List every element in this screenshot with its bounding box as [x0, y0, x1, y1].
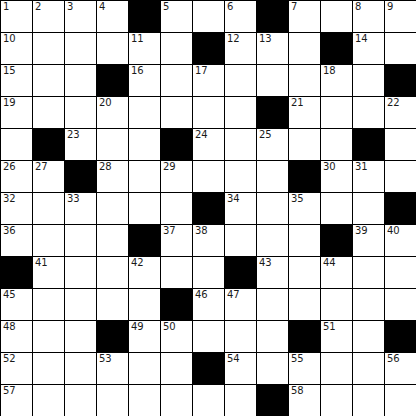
- clue-number-5: 5: [163, 1, 169, 12]
- black-cell-r2c12: [385, 65, 416, 97]
- cell-r3c4[interactable]: [129, 97, 161, 129]
- cell-r10c10[interactable]: 51: [321, 321, 353, 353]
- cell-r9c0[interactable]: 45: [1, 289, 33, 321]
- cell-r6c2[interactable]: 33: [65, 193, 97, 225]
- black-cell-r11c6: [193, 353, 225, 385]
- cell-r1c7[interactable]: 12: [225, 33, 257, 65]
- clue-number-39: 39: [355, 225, 368, 236]
- cell-r0c6[interactable]: [193, 1, 225, 33]
- clue-number-20: 20: [99, 97, 112, 108]
- black-cell-r1c6: [193, 33, 225, 65]
- black-cell-r10c12: [385, 321, 416, 353]
- cell-r7c5[interactable]: 37: [161, 225, 193, 257]
- cell-r6c4[interactable]: [129, 193, 161, 225]
- cell-r6c8[interactable]: [257, 193, 289, 225]
- cell-r3c7[interactable]: [225, 97, 257, 129]
- cell-r0c1[interactable]: 2: [33, 1, 65, 33]
- cell-r2c8[interactable]: [257, 65, 289, 97]
- cell-r8c12[interactable]: [385, 257, 416, 289]
- cell-r0c10[interactable]: [321, 1, 353, 33]
- crossword-board: 1234567891011121314151617181920212223242…: [0, 0, 416, 416]
- cell-r7c7[interactable]: [225, 225, 257, 257]
- clue-number-6: 6: [227, 1, 233, 12]
- cell-r12c11[interactable]: [353, 385, 385, 416]
- cell-r6c10[interactable]: [321, 193, 353, 225]
- cell-r10c5[interactable]: 50: [161, 321, 193, 353]
- black-cell-r2c3: [97, 65, 129, 97]
- cell-r9c6[interactable]: 46: [193, 289, 225, 321]
- cell-r8c3[interactable]: [97, 257, 129, 289]
- cell-r3c6[interactable]: [193, 97, 225, 129]
- clue-number-7: 7: [291, 1, 297, 12]
- cell-r2c11[interactable]: [353, 65, 385, 97]
- clue-number-19: 19: [3, 97, 16, 108]
- clue-number-2: 2: [35, 1, 41, 12]
- cell-r0c9[interactable]: 7: [289, 1, 321, 33]
- cell-r2c4[interactable]: 16: [129, 65, 161, 97]
- cell-r4c9[interactable]: [289, 129, 321, 161]
- cell-r3c1[interactable]: [33, 97, 65, 129]
- cell-r1c5[interactable]: [161, 33, 193, 65]
- cell-r4c8[interactable]: 25: [257, 129, 289, 161]
- cell-r12c6[interactable]: [193, 385, 225, 416]
- cell-r11c7[interactable]: 54: [225, 353, 257, 385]
- clue-number-44: 44: [323, 257, 336, 268]
- cell-r5c0[interactable]: 26: [1, 161, 33, 193]
- clue-number-1: 1: [3, 1, 9, 12]
- cell-r5c6[interactable]: [193, 161, 225, 193]
- cell-r3c9[interactable]: 21: [289, 97, 321, 129]
- clue-number-49: 49: [131, 321, 144, 332]
- black-cell-r0c8: [257, 1, 289, 33]
- clue-number-12: 12: [227, 33, 240, 44]
- clue-number-42: 42: [131, 257, 144, 268]
- cell-r0c11[interactable]: 8: [353, 1, 385, 33]
- clue-number-52: 52: [3, 353, 16, 364]
- cell-r12c2[interactable]: [65, 385, 97, 416]
- cell-r12c12[interactable]: [385, 385, 416, 416]
- cell-r4c10[interactable]: [321, 129, 353, 161]
- cell-r12c10[interactable]: [321, 385, 353, 416]
- clue-number-30: 30: [323, 161, 336, 172]
- cell-r1c9[interactable]: [289, 33, 321, 65]
- cell-r10c8[interactable]: [257, 321, 289, 353]
- cell-r11c11[interactable]: [353, 353, 385, 385]
- clue-number-4: 4: [99, 1, 105, 12]
- cell-r5c12[interactable]: [385, 161, 416, 193]
- clue-number-24: 24: [195, 129, 208, 140]
- cell-r3c2[interactable]: [65, 97, 97, 129]
- cell-r6c11[interactable]: [353, 193, 385, 225]
- cell-r1c0[interactable]: 10: [1, 33, 33, 65]
- black-cell-r4c5: [161, 129, 193, 161]
- cell-r2c1[interactable]: [33, 65, 65, 97]
- cell-r11c9[interactable]: 55: [289, 353, 321, 385]
- cell-r4c12[interactable]: [385, 129, 416, 161]
- clue-number-54: 54: [227, 353, 240, 364]
- cell-r5c11[interactable]: 31: [353, 161, 385, 193]
- cell-r1c11[interactable]: 14: [353, 33, 385, 65]
- black-cell-r4c1: [33, 129, 65, 161]
- black-cell-r9c5: [161, 289, 193, 321]
- cell-r8c11[interactable]: [353, 257, 385, 289]
- black-cell-r5c2: [65, 161, 97, 193]
- cell-r1c1[interactable]: [33, 33, 65, 65]
- cell-r5c4[interactable]: [129, 161, 161, 193]
- cell-r3c11[interactable]: [353, 97, 385, 129]
- clue-number-8: 8: [355, 1, 361, 12]
- cell-r5c8[interactable]: [257, 161, 289, 193]
- clue-number-9: 9: [387, 1, 393, 12]
- cell-r5c10[interactable]: 30: [321, 161, 353, 193]
- clue-number-29: 29: [163, 161, 176, 172]
- black-cell-r6c12: [385, 193, 416, 225]
- cell-r8c2[interactable]: [65, 257, 97, 289]
- cell-r9c7[interactable]: 47: [225, 289, 257, 321]
- cell-r8c1[interactable]: 41: [33, 257, 65, 289]
- black-cell-r5c9: [289, 161, 321, 193]
- black-cell-r3c8: [257, 97, 289, 129]
- cell-r11c0[interactable]: 52: [1, 353, 33, 385]
- cell-r10c7[interactable]: [225, 321, 257, 353]
- clue-number-22: 22: [387, 97, 400, 108]
- cell-r4c2[interactable]: 23: [65, 129, 97, 161]
- cell-r10c4[interactable]: 49: [129, 321, 161, 353]
- clue-number-13: 13: [259, 33, 272, 44]
- clue-number-27: 27: [35, 161, 48, 172]
- cell-r8c6[interactable]: [193, 257, 225, 289]
- cell-r7c0[interactable]: 36: [1, 225, 33, 257]
- cell-r3c3[interactable]: 20: [97, 97, 129, 129]
- cell-r3c10[interactable]: [321, 97, 353, 129]
- cell-r7c3[interactable]: [97, 225, 129, 257]
- cell-r12c9[interactable]: 58: [289, 385, 321, 416]
- black-cell-r12c8: [257, 385, 289, 416]
- cell-r6c7[interactable]: 34: [225, 193, 257, 225]
- clue-number-17: 17: [195, 65, 208, 76]
- cell-r7c12[interactable]: 40: [385, 225, 416, 257]
- clue-number-3: 3: [67, 1, 73, 12]
- clue-number-56: 56: [387, 353, 400, 364]
- cell-r1c2[interactable]: [65, 33, 97, 65]
- cell-r12c3[interactable]: [97, 385, 129, 416]
- cell-r9c8[interactable]: [257, 289, 289, 321]
- clue-number-43: 43: [259, 257, 272, 268]
- cell-r10c6[interactable]: [193, 321, 225, 353]
- black-cell-r6c6: [193, 193, 225, 225]
- cell-r11c10[interactable]: [321, 353, 353, 385]
- cell-r2c5[interactable]: [161, 65, 193, 97]
- clue-number-33: 33: [67, 193, 80, 204]
- black-cell-r0c4: [129, 1, 161, 33]
- cell-r4c6[interactable]: 24: [193, 129, 225, 161]
- clue-number-36: 36: [3, 225, 16, 236]
- cell-r1c8[interactable]: 13: [257, 33, 289, 65]
- cell-r9c2[interactable]: [65, 289, 97, 321]
- cell-r3c12[interactable]: 22: [385, 97, 416, 129]
- cell-r4c0[interactable]: [1, 129, 33, 161]
- clue-number-31: 31: [355, 161, 368, 172]
- cell-r9c9[interactable]: [289, 289, 321, 321]
- clue-number-58: 58: [291, 385, 304, 396]
- cell-r4c3[interactable]: [97, 129, 129, 161]
- cell-r9c12[interactable]: [385, 289, 416, 321]
- black-cell-r10c3: [97, 321, 129, 353]
- cell-r0c12[interactable]: 9: [385, 1, 416, 33]
- cell-r7c1[interactable]: [33, 225, 65, 257]
- clue-number-10: 10: [3, 33, 16, 44]
- cell-r2c7[interactable]: [225, 65, 257, 97]
- cell-r0c3[interactable]: 4: [97, 1, 129, 33]
- cell-r6c1[interactable]: [33, 193, 65, 225]
- clue-number-32: 32: [3, 193, 16, 204]
- clue-number-41: 41: [35, 257, 48, 268]
- cell-r7c11[interactable]: 39: [353, 225, 385, 257]
- cell-r2c10[interactable]: 18: [321, 65, 353, 97]
- cell-r2c2[interactable]: [65, 65, 97, 97]
- cell-r10c0[interactable]: 48: [1, 321, 33, 353]
- clue-number-38: 38: [195, 225, 208, 236]
- clue-number-25: 25: [259, 129, 272, 140]
- cell-r2c9[interactable]: [289, 65, 321, 97]
- cell-r8c8[interactable]: 43: [257, 257, 289, 289]
- cell-r5c7[interactable]: [225, 161, 257, 193]
- clue-number-11: 11: [131, 33, 144, 44]
- clue-number-46: 46: [195, 289, 208, 300]
- clue-number-50: 50: [163, 321, 176, 332]
- clue-number-57: 57: [3, 385, 16, 396]
- cell-r11c3[interactable]: 53: [97, 353, 129, 385]
- cell-r9c3[interactable]: [97, 289, 129, 321]
- black-cell-r8c0: [1, 257, 33, 289]
- cell-r9c10[interactable]: [321, 289, 353, 321]
- clue-number-40: 40: [387, 225, 400, 236]
- black-cell-r7c4: [129, 225, 161, 257]
- cell-r7c9[interactable]: [289, 225, 321, 257]
- cell-r11c2[interactable]: [65, 353, 97, 385]
- clue-number-35: 35: [291, 193, 304, 204]
- cell-r8c9[interactable]: [289, 257, 321, 289]
- cell-r5c3[interactable]: 28: [97, 161, 129, 193]
- cell-r4c7[interactable]: [225, 129, 257, 161]
- cell-r6c9[interactable]: 35: [289, 193, 321, 225]
- cell-r7c2[interactable]: [65, 225, 97, 257]
- black-cell-r10c9: [289, 321, 321, 353]
- cell-r8c5[interactable]: [161, 257, 193, 289]
- clue-number-55: 55: [291, 353, 304, 364]
- cell-r11c12[interactable]: 56: [385, 353, 416, 385]
- clue-number-37: 37: [163, 225, 176, 236]
- cell-r4c4[interactable]: [129, 129, 161, 161]
- clue-number-26: 26: [3, 161, 16, 172]
- clue-number-16: 16: [131, 65, 144, 76]
- cell-r5c5[interactable]: 29: [161, 161, 193, 193]
- clue-number-48: 48: [3, 321, 16, 332]
- cell-r10c11[interactable]: [353, 321, 385, 353]
- cell-r6c3[interactable]: [97, 193, 129, 225]
- cell-r6c5[interactable]: [161, 193, 193, 225]
- cell-r8c4[interactable]: 42: [129, 257, 161, 289]
- cell-r1c12[interactable]: [385, 33, 416, 65]
- clue-number-45: 45: [3, 289, 16, 300]
- cell-r11c8[interactable]: [257, 353, 289, 385]
- cell-r1c3[interactable]: [97, 33, 129, 65]
- cell-r11c5[interactable]: [161, 353, 193, 385]
- cell-r7c6[interactable]: 38: [193, 225, 225, 257]
- cell-r10c2[interactable]: [65, 321, 97, 353]
- cell-r3c5[interactable]: [161, 97, 193, 129]
- clue-number-28: 28: [99, 161, 112, 172]
- clue-number-21: 21: [291, 97, 304, 108]
- cell-r12c4[interactable]: [129, 385, 161, 416]
- cell-r3c0[interactable]: 19: [1, 97, 33, 129]
- black-cell-r1c10: [321, 33, 353, 65]
- cell-r10c1[interactable]: [33, 321, 65, 353]
- cell-r12c7[interactable]: [225, 385, 257, 416]
- cell-r12c5[interactable]: [161, 385, 193, 416]
- clue-number-47: 47: [227, 289, 240, 300]
- clue-number-34: 34: [227, 193, 240, 204]
- cell-r6c0[interactable]: 32: [1, 193, 33, 225]
- cell-r2c0[interactable]: 15: [1, 65, 33, 97]
- cell-r12c1[interactable]: [33, 385, 65, 416]
- clue-number-18: 18: [323, 65, 336, 76]
- black-cell-r4c11: [353, 129, 385, 161]
- cell-r12c0[interactable]: 57: [1, 385, 33, 416]
- black-cell-r7c10: [321, 225, 353, 257]
- clue-number-15: 15: [3, 65, 16, 76]
- cell-r7c8[interactable]: [257, 225, 289, 257]
- cell-r0c0[interactable]: 1: [1, 1, 33, 33]
- cell-r8c10[interactable]: 44: [321, 257, 353, 289]
- cell-r11c4[interactable]: [129, 353, 161, 385]
- cell-r9c4[interactable]: [129, 289, 161, 321]
- cell-r0c7[interactable]: 6: [225, 1, 257, 33]
- clue-number-51: 51: [323, 321, 336, 332]
- clue-number-53: 53: [99, 353, 112, 364]
- black-cell-r8c7: [225, 257, 257, 289]
- clue-number-14: 14: [355, 33, 368, 44]
- cell-r2c6[interactable]: 17: [193, 65, 225, 97]
- cell-r5c1[interactable]: 27: [33, 161, 65, 193]
- cell-r0c2[interactable]: 3: [65, 1, 97, 33]
- cell-r9c1[interactable]: [33, 289, 65, 321]
- cell-r1c4[interactable]: 11: [129, 33, 161, 65]
- cell-r9c11[interactable]: [353, 289, 385, 321]
- cell-r11c1[interactable]: [33, 353, 65, 385]
- clue-number-23: 23: [67, 129, 80, 140]
- cell-r0c5[interactable]: 5: [161, 1, 193, 33]
